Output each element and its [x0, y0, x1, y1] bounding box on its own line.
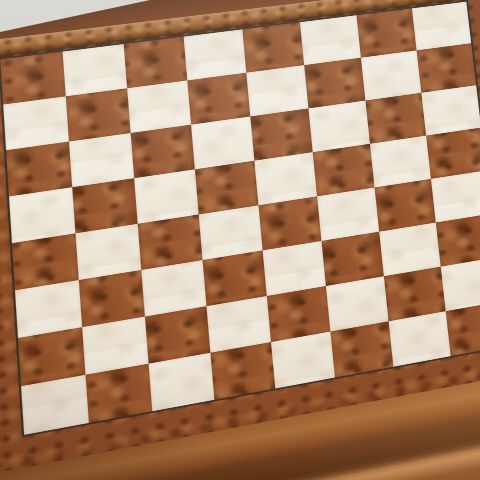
square-r4c7[interactable] [431, 170, 480, 222]
chess-board-assembly [0, 0, 480, 480]
square-r0c3[interactable] [184, 29, 247, 80]
square-r7c3[interactable] [210, 342, 275, 400]
square-r7c5[interactable] [330, 321, 393, 377]
square-r0c6[interactable] [356, 8, 416, 57]
checkerboard [0, 0, 480, 437]
square-r7c0[interactable] [21, 375, 89, 435]
square-r5c7[interactable] [436, 214, 480, 267]
square-r0c4[interactable] [242, 22, 304, 72]
square-r0c7[interactable] [412, 2, 471, 51]
scene [0, 0, 480, 480]
square-r3c7[interactable] [426, 128, 480, 179]
square-r7c6[interactable] [389, 311, 451, 367]
square-r7c4[interactable] [271, 332, 335, 389]
square-r6c7[interactable] [441, 257, 480, 311]
square-r7c7[interactable] [446, 301, 480, 356]
square-r7c2[interactable] [149, 353, 215, 412]
square-r0c5[interactable] [300, 15, 361, 65]
square-r7c1[interactable] [85, 364, 152, 423]
